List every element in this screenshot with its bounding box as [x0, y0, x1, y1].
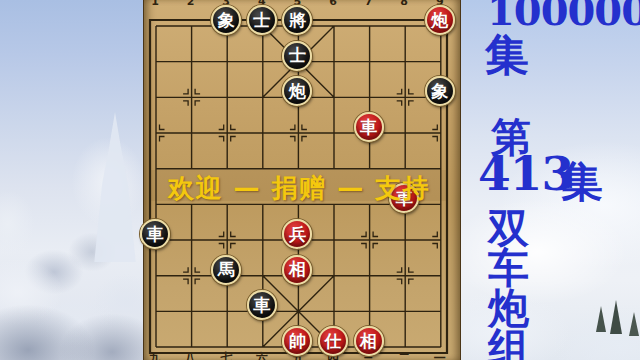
- piece-red-車[interactable]: 車: [354, 112, 384, 142]
- column-label: 1: [149, 0, 161, 7]
- column-label: 六: [256, 353, 268, 360]
- piece-red-相[interactable]: 相: [282, 255, 312, 285]
- episode-number: 413: [478, 146, 573, 201]
- video-frame: 123456789九八七六五四三二一 象士將炮士炮象車車車兵馬相車帥仕相 欢迎 …: [0, 0, 640, 360]
- piece-red-炮[interactable]: 炮: [425, 5, 455, 35]
- piece-glyph: 炮: [431, 12, 448, 29]
- column-label: 7: [363, 0, 375, 7]
- column-label: 七: [220, 353, 232, 360]
- piece-black-馬[interactable]: 馬: [211, 255, 241, 285]
- piece-black-象[interactable]: 象: [211, 5, 241, 35]
- piece-black-象[interactable]: 象: [425, 76, 455, 106]
- piece-glyph: 帥: [289, 333, 306, 350]
- column-label: 2: [185, 0, 197, 7]
- background-left-snow-forest: [0, 0, 143, 360]
- piece-glyph: 士: [253, 12, 270, 29]
- column-label: 二: [398, 353, 410, 360]
- piece-black-車[interactable]: 車: [247, 290, 277, 320]
- piece-glyph: 車: [253, 297, 270, 314]
- column-label: 8: [398, 0, 410, 7]
- series-title-char: 组: [488, 321, 529, 360]
- piece-glyph: 仕: [325, 333, 342, 350]
- piece-glyph: 相: [289, 261, 306, 278]
- column-label: 九: [149, 353, 161, 360]
- piece-glyph: 車: [360, 119, 377, 136]
- piece-black-士[interactable]: 士: [247, 5, 277, 35]
- column-label: 一: [434, 353, 446, 360]
- piece-black-士[interactable]: 士: [282, 41, 312, 71]
- episode-count-unit: 集: [485, 26, 529, 85]
- piece-red-相[interactable]: 相: [354, 326, 384, 356]
- piece-glyph: 兵: [289, 226, 306, 243]
- piece-glyph: 馬: [218, 261, 235, 278]
- episode-unit: 集: [561, 154, 603, 210]
- pine-tree-icon: [596, 306, 606, 332]
- pine-tree-icon: [629, 312, 639, 336]
- piece-red-仕[interactable]: 仕: [318, 326, 348, 356]
- pine-tree-icon: [610, 300, 622, 334]
- snowy-tree-silhouette: [92, 112, 138, 262]
- piece-glyph: 炮: [289, 83, 306, 100]
- piece-glyph: 象: [218, 12, 235, 29]
- piece-black-車[interactable]: 車: [140, 219, 170, 249]
- column-label: 6: [327, 0, 339, 7]
- piece-glyph: 將: [289, 12, 306, 29]
- piece-glyph: 相: [360, 333, 377, 350]
- column-label: 八: [185, 353, 197, 360]
- piece-glyph: 象: [431, 83, 448, 100]
- donation-banner-text: 欢迎 — 捐赠 — 支持: [168, 171, 430, 206]
- piece-glyph: 士: [289, 47, 306, 64]
- piece-glyph: 車: [147, 226, 164, 243]
